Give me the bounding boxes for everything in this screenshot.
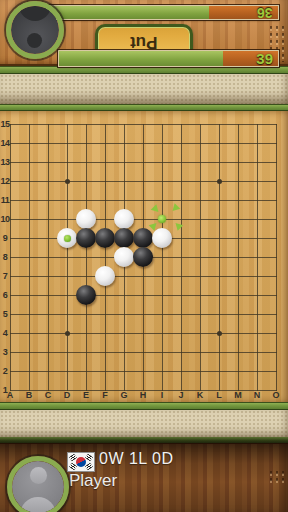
row-label-5: 5 (0, 309, 10, 319)
green-divider-strip (0, 66, 288, 74)
textured-band (0, 410, 288, 437)
col-label-O: O (270, 390, 282, 400)
grid-line (10, 333, 277, 334)
stone-black-H8 (133, 247, 153, 267)
row-label-15: 15 (0, 119, 10, 129)
player-timer-fill (59, 51, 223, 66)
grid-line (219, 124, 220, 391)
stone-white-G10 (114, 209, 134, 229)
grid-line (181, 124, 182, 391)
player-timer: 39 (58, 50, 279, 67)
grid-line (238, 124, 239, 391)
selection-marker (158, 215, 166, 223)
row-label-11: 11 (0, 195, 10, 205)
col-label-J: J (175, 390, 187, 400)
player-record: 0W 1L 0D (99, 450, 174, 468)
selection-sparkle (170, 203, 181, 214)
grid-line (10, 390, 277, 391)
gomoku-app-screen: 36 Put 15A14B13C12D11E10F9G8H7I6J5K4L3M2… (0, 0, 288, 512)
col-label-K: K (194, 390, 206, 400)
row-label-7: 7 (0, 271, 10, 281)
grid-line (257, 124, 258, 391)
star-point-D12 (65, 179, 70, 184)
stone-white-F7 (95, 266, 115, 286)
player-timer-value: 39 (256, 51, 273, 66)
col-label-M: M (232, 390, 244, 400)
row-label-1: 1 (0, 385, 10, 395)
col-label-C: C (42, 390, 54, 400)
star-point-L12 (217, 179, 222, 184)
textured-band (0, 74, 288, 104)
row-label-10: 10 (0, 214, 10, 224)
south-korea-flag-icon (67, 452, 95, 472)
row-label-3: 3 (0, 347, 10, 357)
row-label-9: 9 (0, 233, 10, 243)
grid-line (10, 371, 277, 372)
grid-line (10, 276, 277, 277)
row-label-6: 6 (0, 290, 10, 300)
person-silhouette-icon (12, 461, 64, 512)
col-label-D: D (61, 390, 73, 400)
green-divider-strip (0, 402, 288, 410)
opponent-timer-fill (47, 6, 209, 19)
row-label-12: 12 (0, 176, 10, 186)
star-point-L4 (217, 331, 222, 336)
grid-line (10, 352, 277, 353)
last-move-marker (64, 235, 71, 242)
selection-sparkle (151, 204, 162, 215)
row-label-14: 14 (0, 138, 10, 148)
stone-black-F9 (95, 228, 115, 248)
grid-line (10, 314, 277, 315)
star-point-D4 (65, 331, 70, 336)
put-button-label: Put (130, 32, 157, 52)
gomoku-board[interactable]: 15A14B13C12D11E10F9G8H7I6J5K4L3M2N1O (0, 111, 288, 402)
col-label-L: L (213, 390, 225, 400)
opponent-timer-value: 36 (257, 6, 273, 19)
green-divider-strip (0, 104, 288, 111)
stone-black-E6 (76, 285, 96, 305)
col-label-N: N (251, 390, 263, 400)
person-silhouette-icon (11, 6, 59, 54)
col-label-G: G (118, 390, 130, 400)
grid-line (200, 124, 201, 391)
stone-white-E10 (76, 209, 96, 229)
grid-line (10, 295, 277, 296)
stone-black-H9 (133, 228, 153, 248)
stone-white-G8 (114, 247, 134, 267)
player-name: Player (69, 471, 117, 491)
stone-black-G9 (114, 228, 134, 248)
row-label-8: 8 (0, 252, 10, 262)
col-label-F: F (99, 390, 111, 400)
stone-white-I9 (152, 228, 172, 248)
col-label-B: B (23, 390, 35, 400)
rivet-dots-decoration (268, 469, 285, 484)
player-avatar[interactable] (7, 456, 69, 512)
opponent-timer: 36 (46, 5, 279, 20)
grid-line (162, 124, 163, 391)
row-label-13: 13 (0, 157, 10, 167)
row-label-4: 4 (0, 328, 10, 338)
stone-black-E9 (76, 228, 96, 248)
col-label-E: E (80, 390, 92, 400)
col-label-H: H (137, 390, 149, 400)
grid-line (276, 124, 277, 391)
row-label-2: 2 (0, 366, 10, 376)
opponent-avatar[interactable] (6, 1, 64, 59)
col-label-I: I (156, 390, 168, 400)
